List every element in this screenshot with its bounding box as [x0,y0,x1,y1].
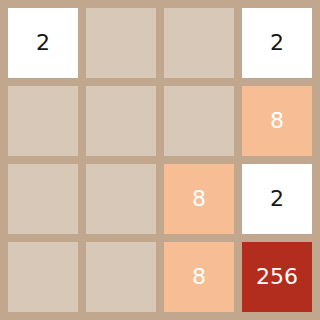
empty-cell [86,86,156,156]
empty-cell [8,164,78,234]
tile-2: 2 [242,164,312,234]
empty-cell [86,8,156,78]
empty-cell [164,8,234,78]
tile-8: 8 [242,86,312,156]
tile-8: 8 [164,164,234,234]
empty-cell [86,164,156,234]
empty-cell [8,242,78,312]
tile-256: 256 [242,242,312,312]
tile-2: 2 [8,8,78,78]
empty-cell [86,242,156,312]
tile-2: 2 [242,8,312,78]
board-2048[interactable]: 228828256 [0,0,320,320]
empty-cell [164,86,234,156]
empty-cell [8,86,78,156]
tile-8: 8 [164,242,234,312]
